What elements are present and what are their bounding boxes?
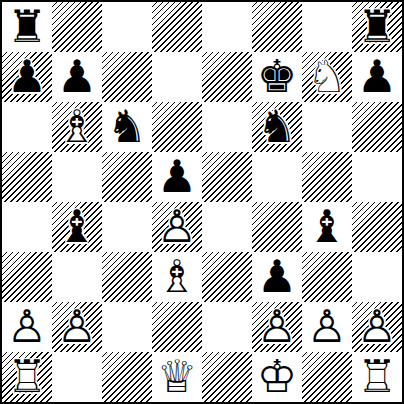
square-c4[interactable]	[102, 202, 152, 252]
square-h4[interactable]	[352, 202, 402, 252]
square-d8[interactable]	[152, 2, 202, 52]
square-e1[interactable]	[202, 352, 252, 402]
square-b2[interactable]: ♟♙	[52, 302, 102, 352]
black-king-icon: ♚	[252, 52, 302, 102]
square-h8[interactable]: ♜♜	[352, 2, 402, 52]
square-b6[interactable]: ♝♗	[52, 102, 102, 152]
square-b1[interactable]	[52, 352, 102, 402]
square-d1[interactable]: ♛♕	[152, 352, 202, 402]
square-h2[interactable]: ♟♙	[352, 302, 402, 352]
black-pawn-icon: ♟	[352, 52, 402, 102]
square-f6[interactable]: ♞♞	[252, 102, 302, 152]
square-d5[interactable]: ♟♟	[152, 152, 202, 202]
square-e3[interactable]	[202, 252, 252, 302]
white-knight-icon: ♘	[302, 52, 352, 102]
square-d7[interactable]	[152, 52, 202, 102]
black-bishop-icon: ♝	[302, 202, 352, 252]
white-rook-icon: ♖	[2, 352, 52, 402]
square-f2[interactable]: ♟♙	[252, 302, 302, 352]
square-c7[interactable]	[102, 52, 152, 102]
square-c2[interactable]	[102, 302, 152, 352]
white-pawn-icon: ♙	[52, 302, 102, 352]
white-rook-icon: ♖	[352, 352, 402, 402]
square-d4[interactable]: ♟♙	[152, 202, 202, 252]
square-g8[interactable]	[302, 2, 352, 52]
square-a4[interactable]	[2, 202, 52, 252]
square-b8[interactable]	[52, 2, 102, 52]
square-g5[interactable]	[302, 152, 352, 202]
square-f5[interactable]	[252, 152, 302, 202]
white-pawn-icon: ♙	[252, 302, 302, 352]
black-pawn-icon: ♟	[2, 52, 52, 102]
square-a7[interactable]: ♟♟	[2, 52, 52, 102]
square-b7[interactable]: ♟♟	[52, 52, 102, 102]
chess-board: ♜♜♜♜♟♟♟♟♚♚♞♘♟♟♝♗♞♞♞♞♟♟♝♝♟♙♝♝♝♗♟♟♟♙♟♙♟♙♟♙…	[2, 2, 402, 402]
white-pawn-icon: ♙	[152, 202, 202, 252]
square-c8[interactable]	[102, 2, 152, 52]
square-e8[interactable]	[202, 2, 252, 52]
square-f1[interactable]: ♚♔	[252, 352, 302, 402]
black-rook-icon: ♜	[2, 2, 52, 52]
square-f7[interactable]: ♚♚	[252, 52, 302, 102]
square-h5[interactable]	[352, 152, 402, 202]
square-e6[interactable]	[202, 102, 252, 152]
white-bishop-icon: ♗	[52, 102, 102, 152]
square-f4[interactable]	[252, 202, 302, 252]
square-f3[interactable]: ♟♟	[252, 252, 302, 302]
square-h1[interactable]: ♜♖	[352, 352, 402, 402]
square-c5[interactable]	[102, 152, 152, 202]
square-g4[interactable]: ♝♝	[302, 202, 352, 252]
square-b5[interactable]	[52, 152, 102, 202]
white-pawn-icon: ♙	[2, 302, 52, 352]
square-d3[interactable]: ♝♗	[152, 252, 202, 302]
square-e7[interactable]	[202, 52, 252, 102]
square-d2[interactable]	[152, 302, 202, 352]
square-a5[interactable]	[2, 152, 52, 202]
square-h7[interactable]: ♟♟	[352, 52, 402, 102]
black-knight-icon: ♞	[102, 102, 152, 152]
white-pawn-icon: ♙	[302, 302, 352, 352]
square-h3[interactable]	[352, 252, 402, 302]
square-g1[interactable]	[302, 352, 352, 402]
square-e5[interactable]	[202, 152, 252, 202]
square-g6[interactable]	[302, 102, 352, 152]
square-g2[interactable]: ♟♙	[302, 302, 352, 352]
square-b3[interactable]	[52, 252, 102, 302]
square-c6[interactable]: ♞♞	[102, 102, 152, 152]
square-a1[interactable]: ♜♖	[2, 352, 52, 402]
black-bishop-icon: ♝	[52, 202, 102, 252]
square-a6[interactable]	[2, 102, 52, 152]
white-bishop-icon: ♗	[152, 252, 202, 302]
square-b4[interactable]: ♝♝	[52, 202, 102, 252]
square-f8[interactable]	[252, 2, 302, 52]
white-pawn-icon: ♙	[352, 302, 402, 352]
square-a2[interactable]: ♟♙	[2, 302, 52, 352]
square-h6[interactable]	[352, 102, 402, 152]
square-a3[interactable]	[2, 252, 52, 302]
square-e2[interactable]	[202, 302, 252, 352]
square-c3[interactable]	[102, 252, 152, 302]
square-c1[interactable]	[102, 352, 152, 402]
black-pawn-icon: ♟	[52, 52, 102, 102]
chess-board-frame: ♜♜♜♜♟♟♟♟♚♚♞♘♟♟♝♗♞♞♞♞♟♟♝♝♟♙♝♝♝♗♟♟♟♙♟♙♟♙♟♙…	[0, 0, 404, 404]
black-rook-icon: ♜	[352, 2, 402, 52]
square-g3[interactable]	[302, 252, 352, 302]
white-queen-icon: ♕	[152, 352, 202, 402]
black-pawn-icon: ♟	[252, 252, 302, 302]
square-g7[interactable]: ♞♘	[302, 52, 352, 102]
square-a8[interactable]: ♜♜	[2, 2, 52, 52]
black-knight-icon: ♞	[252, 102, 302, 152]
white-king-icon: ♔	[252, 352, 302, 402]
square-d6[interactable]	[152, 102, 202, 152]
black-pawn-icon: ♟	[152, 152, 202, 202]
square-e4[interactable]	[202, 202, 252, 252]
